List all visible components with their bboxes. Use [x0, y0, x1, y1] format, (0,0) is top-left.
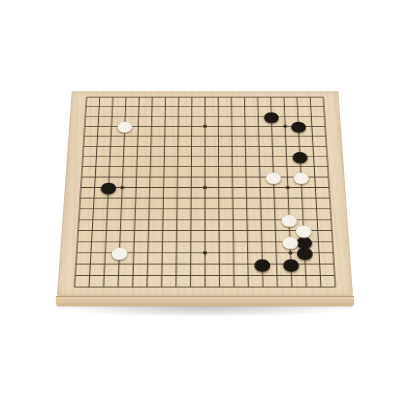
star-point — [203, 251, 207, 254]
go-board: ●●●●●●●●●●●●●●● — [57, 91, 353, 296]
product-photo-stage: ●●●●●●●●●●●●●●● — [0, 0, 400, 400]
black-stone: ● — [252, 256, 272, 272]
black-stone: ● — [99, 180, 119, 195]
star-point — [286, 186, 290, 189]
grid-line-vertical — [191, 97, 192, 287]
grid-line-vertical — [176, 97, 179, 287]
board-surface: ●●●●●●●●●●●●●●● — [57, 91, 353, 296]
black-stone: ● — [281, 256, 301, 272]
star-point — [203, 186, 207, 189]
black-stone: ● — [290, 149, 309, 163]
board-front-edge — [56, 296, 354, 306]
star-point — [120, 186, 124, 189]
black-stone: ● — [262, 110, 281, 123]
grid-line-vertical — [162, 97, 166, 287]
grid-line-vertical — [218, 97, 219, 287]
star-point — [283, 125, 287, 128]
white-stone: ● — [291, 170, 311, 184]
white-stone: ● — [109, 245, 129, 261]
grid-line-vertical — [147, 97, 152, 287]
black-stone: ● — [289, 120, 308, 134]
white-stone: ● — [115, 120, 134, 134]
grid-line-vertical — [323, 97, 335, 287]
grid-line-vertical — [75, 97, 87, 287]
white-stone: ● — [280, 234, 300, 249]
white-stone: ● — [264, 170, 283, 184]
star-point — [203, 125, 207, 128]
grid-line-vertical — [244, 97, 248, 287]
grid-line-vertical — [231, 97, 234, 287]
